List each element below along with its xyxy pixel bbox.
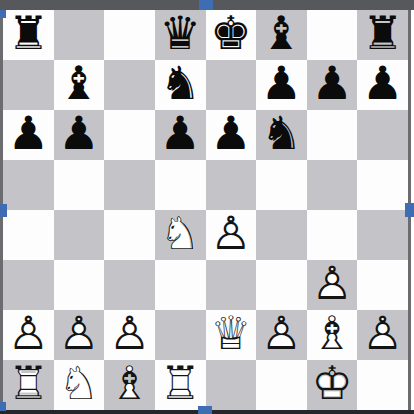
white-pawn: ♟♙: [54, 310, 105, 360]
white-king-glyph: ♔: [307, 360, 358, 406]
square-h1[interactable]: [357, 360, 408, 410]
square-b1[interactable]: ♞♘: [54, 360, 105, 410]
black-pawn: ♟: [357, 60, 408, 110]
square-c6[interactable]: [104, 110, 155, 160]
white-knight: ♞♘: [155, 210, 206, 260]
white-knight: ♞♘: [54, 360, 105, 410]
black-queen-glyph: ♛: [155, 10, 206, 56]
square-g1[interactable]: ♚♔: [307, 360, 358, 410]
white-queen-glyph: ♕: [206, 310, 257, 356]
square-d8[interactable]: ♛: [155, 10, 206, 60]
black-knight-glyph: ♞: [155, 60, 206, 106]
white-pawn-glyph: ♙: [104, 310, 155, 356]
black-pawn-glyph: ♟: [307, 60, 358, 106]
square-d4[interactable]: ♞♘: [155, 210, 206, 260]
square-f7[interactable]: ♟: [256, 60, 307, 110]
black-bishop: ♝: [54, 60, 105, 110]
square-d6[interactable]: ♟: [155, 110, 206, 160]
square-h2[interactable]: ♟♙: [357, 310, 408, 360]
white-bishop: ♝♗: [104, 360, 155, 410]
white-pawn: ♟♙: [206, 210, 257, 260]
square-g6[interactable]: [307, 110, 358, 160]
square-a5[interactable]: [3, 160, 54, 210]
black-king: ♚: [206, 10, 257, 60]
square-g7[interactable]: ♟: [307, 60, 358, 110]
square-h5[interactable]: [357, 160, 408, 210]
square-f2[interactable]: ♟♙: [256, 310, 307, 360]
black-pawn-glyph: ♟: [256, 60, 307, 106]
square-g4[interactable]: [307, 210, 358, 260]
black-rook-glyph: ♜: [357, 10, 408, 56]
black-bishop-glyph: ♝: [54, 60, 105, 106]
square-f5[interactable]: [256, 160, 307, 210]
black-bishop: ♝: [256, 10, 307, 60]
square-e2[interactable]: ♛♕: [206, 310, 257, 360]
square-b8[interactable]: [54, 10, 105, 60]
square-h7[interactable]: ♟: [357, 60, 408, 110]
black-rook: ♜: [3, 10, 54, 60]
white-pawn-glyph: ♙: [3, 310, 54, 356]
chess-board: ♜♛♚♝♜♝♞♟♟♟♟♟♟♟♞♞♘♟♙♟♙♟♙♟♙♟♙♛♕♟♙♝♗♟♙♜♖♞♘♝…: [3, 10, 408, 410]
square-h4[interactable]: [357, 210, 408, 260]
black-pawn: ♟: [206, 110, 257, 160]
square-a4[interactable]: [3, 210, 54, 260]
white-knight-glyph: ♘: [155, 210, 206, 256]
square-e3[interactable]: [206, 260, 257, 310]
black-queen: ♛: [155, 10, 206, 60]
square-b4[interactable]: [54, 210, 105, 260]
square-f1[interactable]: [256, 360, 307, 410]
square-h3[interactable]: [357, 260, 408, 310]
square-c5[interactable]: [104, 160, 155, 210]
square-d3[interactable]: [155, 260, 206, 310]
square-f3[interactable]: [256, 260, 307, 310]
black-pawn: ♟: [155, 110, 206, 160]
square-e5[interactable]: [206, 160, 257, 210]
white-bishop-glyph: ♗: [104, 360, 155, 406]
black-knight: ♞: [256, 110, 307, 160]
black-king-glyph: ♚: [206, 10, 257, 56]
white-king: ♚♔: [307, 360, 358, 410]
square-c7[interactable]: [104, 60, 155, 110]
white-pawn: ♟♙: [104, 310, 155, 360]
black-knight-glyph: ♞: [256, 110, 307, 156]
white-queen: ♛♕: [206, 310, 257, 360]
square-c3[interactable]: [104, 260, 155, 310]
white-pawn: ♟♙: [256, 310, 307, 360]
black-pawn-glyph: ♟: [54, 110, 105, 156]
black-pawn-glyph: ♟: [206, 110, 257, 156]
black-rook: ♜: [357, 10, 408, 60]
resize-handle-top-center[interactable]: [199, 0, 213, 10]
square-a3[interactable]: [3, 260, 54, 310]
square-e1[interactable]: [206, 360, 257, 410]
square-b3[interactable]: [54, 260, 105, 310]
white-pawn: ♟♙: [357, 310, 408, 360]
white-pawn-glyph: ♙: [256, 310, 307, 356]
square-g2[interactable]: ♝♗: [307, 310, 358, 360]
white-knight-glyph: ♘: [54, 360, 105, 406]
square-a6[interactable]: ♟: [3, 110, 54, 160]
square-e8[interactable]: ♚: [206, 10, 257, 60]
square-b5[interactable]: [54, 160, 105, 210]
square-a8[interactable]: ♜: [3, 10, 54, 60]
square-g5[interactable]: [307, 160, 358, 210]
square-f8[interactable]: ♝: [256, 10, 307, 60]
white-pawn-glyph: ♙: [54, 310, 105, 356]
resize-handle-top-left[interactable]: [0, 10, 6, 18]
square-b6[interactable]: ♟: [54, 110, 105, 160]
white-pawn-glyph: ♙: [206, 210, 257, 256]
square-e7[interactable]: [206, 60, 257, 110]
square-d7[interactable]: ♞: [155, 60, 206, 110]
black-bishop-glyph: ♝: [256, 10, 307, 56]
square-f4[interactable]: [256, 210, 307, 260]
white-pawn: ♟♙: [3, 310, 54, 360]
square-d5[interactable]: [155, 160, 206, 210]
black-rook-glyph: ♜: [3, 10, 54, 56]
square-e6[interactable]: ♟: [206, 110, 257, 160]
black-pawn: ♟: [54, 110, 105, 160]
white-bishop: ♝♗: [307, 310, 358, 360]
white-rook-glyph: ♖: [155, 360, 206, 406]
square-c8[interactable]: [104, 10, 155, 60]
black-pawn-glyph: ♟: [3, 110, 54, 156]
square-a1[interactable]: ♜♖: [3, 360, 54, 410]
white-pawn-glyph: ♙: [307, 260, 358, 306]
square-f6[interactable]: ♞: [256, 110, 307, 160]
square-h8[interactable]: ♜: [357, 10, 408, 60]
black-pawn-glyph: ♟: [155, 110, 206, 156]
resize-handle-left-middle[interactable]: [0, 204, 7, 217]
white-rook: ♜♖: [3, 360, 54, 410]
black-knight: ♞: [155, 60, 206, 110]
chess-diagram: ♜♛♚♝♜♝♞♟♟♟♟♟♟♟♞♞♘♟♙♟♙♟♙♟♙♟♙♛♕♟♙♝♗♟♙♜♖♞♘♝…: [0, 0, 414, 414]
square-g3[interactable]: ♟♙: [307, 260, 358, 310]
square-c4[interactable]: [104, 210, 155, 260]
white-pawn-glyph: ♙: [357, 310, 408, 356]
white-pawn: ♟♙: [307, 260, 358, 310]
square-h6[interactable]: [357, 110, 408, 160]
black-pawn: ♟: [307, 60, 358, 110]
white-bishop-glyph: ♗: [307, 310, 358, 356]
square-b7[interactable]: ♝: [54, 60, 105, 110]
square-d1[interactable]: ♜♖: [155, 360, 206, 410]
black-pawn: ♟: [256, 60, 307, 110]
square-a2[interactable]: ♟♙: [3, 310, 54, 360]
resize-handle-bottom-center[interactable]: [198, 406, 212, 414]
square-d2[interactable]: [155, 310, 206, 360]
white-rook-glyph: ♖: [3, 360, 54, 406]
black-pawn-glyph: ♟: [357, 60, 408, 106]
square-c1[interactable]: ♝♗: [104, 360, 155, 410]
square-e4[interactable]: ♟♙: [206, 210, 257, 260]
square-g8[interactable]: [307, 10, 358, 60]
resize-handle-bottom-left[interactable]: [0, 402, 6, 411]
black-pawn: ♟: [3, 110, 54, 160]
square-a7[interactable]: [3, 60, 54, 110]
resize-handle-right-middle[interactable]: [405, 203, 414, 217]
square-b2[interactable]: ♟♙: [54, 310, 105, 360]
white-rook: ♜♖: [155, 360, 206, 410]
square-c2[interactable]: ♟♙: [104, 310, 155, 360]
